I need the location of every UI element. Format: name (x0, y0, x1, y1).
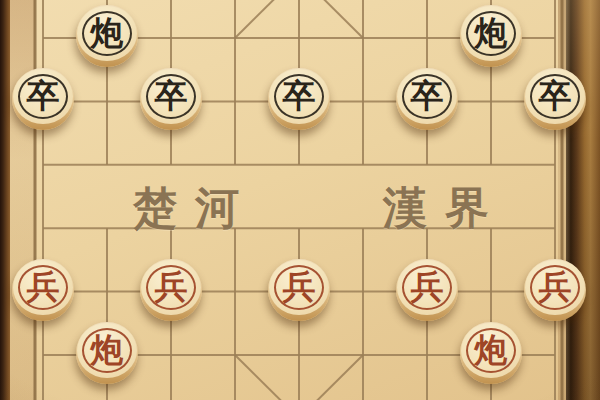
black-soldier-glyph: 卒 (283, 79, 316, 112)
red-cannon-glyph: 炮 (475, 333, 508, 366)
red-soldier-glyph: 兵 (155, 270, 188, 303)
red-soldier-glyph: 兵 (283, 270, 316, 303)
piece-black-soldier[interactable]: 卒 (268, 68, 330, 130)
red-soldier-face: 兵 (141, 260, 201, 315)
red-soldier-face: 兵 (525, 260, 585, 315)
black-cannon-face: 炮 (77, 6, 137, 61)
black-soldier-glyph: 卒 (155, 79, 188, 112)
black-cannon-glyph: 炮 (475, 16, 508, 49)
black-cannon-face: 炮 (461, 6, 521, 61)
black-soldier-face: 卒 (13, 69, 73, 124)
piece-black-soldier[interactable]: 卒 (140, 68, 202, 130)
piece-red-cannon[interactable]: 炮 (76, 322, 138, 384)
black-soldier-face: 卒 (269, 69, 329, 124)
red-soldier-face: 兵 (397, 260, 457, 315)
black-soldier-face: 卒 (141, 69, 201, 124)
piece-black-cannon[interactable]: 炮 (460, 5, 522, 67)
river-label-left: 楚河 (133, 186, 257, 230)
red-soldier-glyph: 兵 (27, 270, 60, 303)
piece-black-cannon[interactable]: 炮 (76, 5, 138, 67)
piece-black-soldier[interactable]: 卒 (396, 68, 458, 130)
piece-red-soldier[interactable]: 兵 (268, 259, 330, 321)
river-label-right: 漢界 (383, 186, 507, 230)
piece-red-soldier[interactable]: 兵 (396, 259, 458, 321)
piece-black-soldier[interactable]: 卒 (524, 68, 586, 130)
black-soldier-face: 卒 (525, 69, 585, 124)
red-soldier-glyph: 兵 (411, 270, 444, 303)
xiangqi-board[interactable]: 楚河 漢界 炮炮卒卒卒卒卒兵兵兵兵兵炮炮 (0, 0, 600, 400)
black-soldier-face: 卒 (397, 69, 457, 124)
red-soldier-glyph: 兵 (539, 270, 572, 303)
piece-red-soldier[interactable]: 兵 (524, 259, 586, 321)
black-soldier-glyph: 卒 (27, 79, 60, 112)
red-cannon-face: 炮 (77, 323, 137, 378)
piece-black-soldier[interactable]: 卒 (12, 68, 74, 130)
piece-red-cannon[interactable]: 炮 (460, 322, 522, 384)
red-cannon-glyph: 炮 (91, 333, 124, 366)
piece-red-soldier[interactable]: 兵 (12, 259, 74, 321)
black-soldier-glyph: 卒 (539, 79, 572, 112)
red-cannon-face: 炮 (461, 323, 521, 378)
piece-red-soldier[interactable]: 兵 (140, 259, 202, 321)
black-cannon-glyph: 炮 (91, 16, 124, 49)
red-soldier-face: 兵 (13, 260, 73, 315)
red-soldier-face: 兵 (269, 260, 329, 315)
black-soldier-glyph: 卒 (411, 79, 444, 112)
